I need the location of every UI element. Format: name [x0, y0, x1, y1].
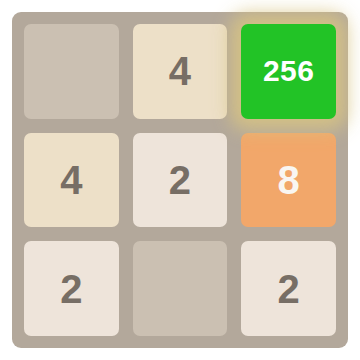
cell-r1c1: 2 — [133, 133, 228, 228]
board-2048[interactable]: 4 256 4 2 8 2 2 — [12, 12, 348, 348]
tile-number: 256 — [263, 56, 315, 86]
cell-r1c0: 4 — [24, 133, 119, 228]
cell-r0c1: 4 — [133, 24, 228, 119]
cell-r2c1 — [133, 241, 228, 336]
cell-r0c2: 256 — [241, 24, 336, 119]
tile-number: 8 — [278, 160, 300, 200]
tile-number: 2 — [278, 269, 300, 309]
tile-number: 4 — [169, 51, 191, 91]
tile-number: 2 — [169, 160, 191, 200]
tile-number: 2 — [60, 269, 82, 309]
app-2048: 4 256 4 2 8 2 2 — [0, 0, 360, 360]
cell-r2c2: 2 — [241, 241, 336, 336]
cell-r1c2: 8 — [241, 133, 336, 228]
cell-r0c0 — [24, 24, 119, 119]
tile-number: 4 — [60, 160, 82, 200]
cell-r2c0: 2 — [24, 241, 119, 336]
